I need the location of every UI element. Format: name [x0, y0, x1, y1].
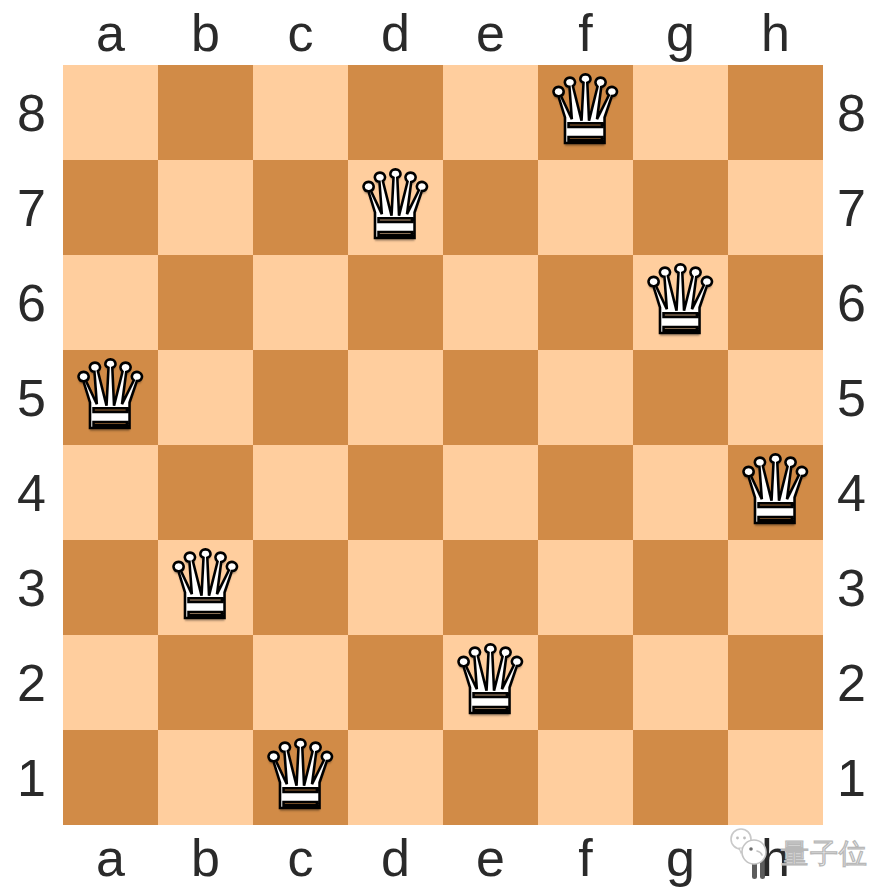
rank-label-7-left: 7	[0, 160, 63, 255]
square-d8[interactable]	[348, 65, 443, 160]
chess-board: ♛♛♛♛♛♛♛♛	[63, 65, 823, 825]
square-b7[interactable]	[158, 160, 253, 255]
square-f8[interactable]: ♛	[538, 65, 633, 160]
square-g2[interactable]	[633, 635, 728, 730]
file-label-a-bottom: a	[63, 825, 158, 890]
square-h2[interactable]	[728, 635, 823, 730]
rank-label-6-left: 6	[0, 255, 63, 350]
square-g8[interactable]	[633, 65, 728, 160]
square-a3[interactable]	[63, 540, 158, 635]
rank-label-3-right: 3	[823, 540, 880, 635]
white-queen-h4[interactable]: ♛	[733, 444, 817, 538]
square-e3[interactable]	[443, 540, 538, 635]
square-d3[interactable]	[348, 540, 443, 635]
square-g1[interactable]	[633, 730, 728, 825]
square-b2[interactable]	[158, 635, 253, 730]
square-f5[interactable]	[538, 350, 633, 445]
rank-label-5-left: 5	[0, 350, 63, 445]
square-a2[interactable]	[63, 635, 158, 730]
rank-label-5-right: 5	[823, 350, 880, 445]
rank-labels-right: 87654321	[823, 65, 880, 825]
file-label-e-bottom: e	[443, 825, 538, 890]
square-a4[interactable]	[63, 445, 158, 540]
square-a7[interactable]	[63, 160, 158, 255]
square-c1[interactable]: ♛	[253, 730, 348, 825]
white-queen-b3[interactable]: ♛	[163, 539, 247, 633]
square-b1[interactable]	[158, 730, 253, 825]
square-e8[interactable]	[443, 65, 538, 160]
rank-label-4-left: 4	[0, 445, 63, 540]
square-h4[interactable]: ♛	[728, 445, 823, 540]
rank-label-6-right: 6	[823, 255, 880, 350]
square-h6[interactable]	[728, 255, 823, 350]
rank-label-2-right: 2	[823, 635, 880, 730]
square-g4[interactable]	[633, 445, 728, 540]
file-label-b-bottom: b	[158, 825, 253, 890]
square-h1[interactable]	[728, 730, 823, 825]
square-b4[interactable]	[158, 445, 253, 540]
square-a5[interactable]: ♛	[63, 350, 158, 445]
white-queen-c1[interactable]: ♛	[258, 729, 342, 823]
square-e1[interactable]	[443, 730, 538, 825]
square-c2[interactable]	[253, 635, 348, 730]
square-g6[interactable]: ♛	[633, 255, 728, 350]
file-label-f-bottom: f	[538, 825, 633, 890]
square-a1[interactable]	[63, 730, 158, 825]
square-d4[interactable]	[348, 445, 443, 540]
square-g7[interactable]	[633, 160, 728, 255]
white-queen-a5[interactable]: ♛	[68, 349, 152, 443]
square-c3[interactable]	[253, 540, 348, 635]
square-f1[interactable]	[538, 730, 633, 825]
rank-label-8-left: 8	[0, 65, 63, 160]
file-label-b-top: b	[158, 0, 253, 65]
square-g5[interactable]	[633, 350, 728, 445]
square-b3[interactable]: ♛	[158, 540, 253, 635]
square-f7[interactable]	[538, 160, 633, 255]
square-d1[interactable]	[348, 730, 443, 825]
rank-label-8-right: 8	[823, 65, 880, 160]
rank-label-1-left: 1	[0, 730, 63, 825]
square-a6[interactable]	[63, 255, 158, 350]
square-h7[interactable]	[728, 160, 823, 255]
file-label-d-bottom: d	[348, 825, 443, 890]
square-d2[interactable]	[348, 635, 443, 730]
white-queen-f8[interactable]: ♛	[543, 64, 627, 158]
file-label-g-top: g	[633, 0, 728, 65]
file-label-g-bottom: g	[633, 825, 728, 890]
square-h8[interactable]	[728, 65, 823, 160]
rank-label-2-left: 2	[0, 635, 63, 730]
square-e2[interactable]: ♛	[443, 635, 538, 730]
rank-labels-left: 87654321	[0, 65, 63, 825]
square-c4[interactable]	[253, 445, 348, 540]
square-e7[interactable]	[443, 160, 538, 255]
eight-queens-diagram: abcdefgh abcdefgh 87654321 87654321 ♛♛♛♛…	[0, 0, 880, 890]
square-e5[interactable]	[443, 350, 538, 445]
square-e6[interactable]	[443, 255, 538, 350]
file-label-c-bottom: c	[253, 825, 348, 890]
rank-label-1-right: 1	[823, 730, 880, 825]
square-d6[interactable]	[348, 255, 443, 350]
square-c7[interactable]	[253, 160, 348, 255]
square-h5[interactable]	[728, 350, 823, 445]
square-f4[interactable]	[538, 445, 633, 540]
file-labels-top: abcdefgh	[63, 0, 823, 65]
rank-label-4-right: 4	[823, 445, 880, 540]
square-h3[interactable]	[728, 540, 823, 635]
square-d5[interactable]	[348, 350, 443, 445]
file-label-d-top: d	[348, 0, 443, 65]
file-label-h-top: h	[728, 0, 823, 65]
qbitai-mascot-icon	[727, 827, 779, 881]
watermark: 量子位	[727, 827, 868, 881]
square-g3[interactable]	[633, 540, 728, 635]
square-f6[interactable]	[538, 255, 633, 350]
square-c5[interactable]	[253, 350, 348, 445]
file-label-a-top: a	[63, 0, 158, 65]
watermark-brand-text: 量子位	[781, 835, 868, 873]
file-label-e-top: e	[443, 0, 538, 65]
white-queen-e2[interactable]: ♛	[448, 634, 532, 728]
square-d7[interactable]: ♛	[348, 160, 443, 255]
square-f3[interactable]	[538, 540, 633, 635]
square-c8[interactable]	[253, 65, 348, 160]
square-f2[interactable]	[538, 635, 633, 730]
square-b6[interactable]	[158, 255, 253, 350]
square-b5[interactable]	[158, 350, 253, 445]
file-label-c-top: c	[253, 0, 348, 65]
white-queen-g6[interactable]: ♛	[638, 254, 722, 348]
square-b8[interactable]	[158, 65, 253, 160]
white-queen-d7[interactable]: ♛	[353, 159, 437, 253]
square-a8[interactable]	[63, 65, 158, 160]
square-e4[interactable]	[443, 445, 538, 540]
rank-label-7-right: 7	[823, 160, 880, 255]
rank-label-3-left: 3	[0, 540, 63, 635]
file-labels-bottom: abcdefgh	[63, 825, 823, 890]
square-c6[interactable]	[253, 255, 348, 350]
